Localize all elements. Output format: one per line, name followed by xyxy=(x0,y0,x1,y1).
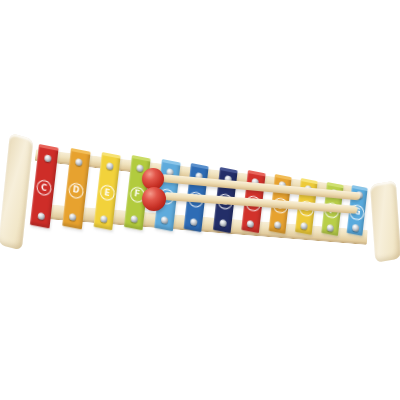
frame-right-end-block xyxy=(370,180,400,262)
note-label: D xyxy=(68,181,84,199)
screw xyxy=(219,219,227,227)
screw xyxy=(130,215,138,223)
screw xyxy=(69,213,77,221)
screw xyxy=(106,161,114,169)
screw xyxy=(351,224,359,232)
frame-left-end-block xyxy=(0,133,33,251)
screw xyxy=(44,155,52,163)
screw xyxy=(136,165,144,173)
screw xyxy=(300,222,308,230)
note-label: E xyxy=(99,183,115,201)
screw xyxy=(326,223,334,231)
screw xyxy=(75,158,83,166)
screw xyxy=(274,221,282,229)
screw xyxy=(190,217,198,225)
screw xyxy=(247,220,255,228)
screw xyxy=(100,214,108,222)
screw xyxy=(37,212,45,220)
mallet-2-ball xyxy=(142,187,166,211)
xylophone-product-photo: CDEFGABCDEFG xyxy=(0,0,400,400)
screw xyxy=(161,216,169,224)
note-label: C xyxy=(36,179,52,197)
